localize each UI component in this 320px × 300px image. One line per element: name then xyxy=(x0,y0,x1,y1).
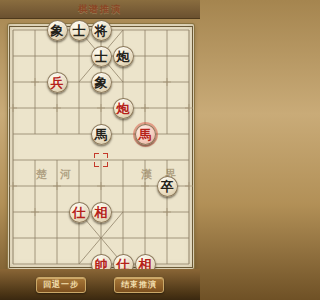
piece-black-象[interactable]: 象 xyxy=(47,20,68,41)
piece-black-卒[interactable]: 卒 xyxy=(157,176,178,197)
piece-red-兵[interactable]: 兵 xyxy=(47,72,68,93)
last-move-from-marker xyxy=(94,153,108,167)
piece-black-士[interactable]: 士 xyxy=(69,20,90,41)
piece-red-馬[interactable]: 馬 xyxy=(135,124,156,145)
piece-black-士[interactable]: 士 xyxy=(91,46,112,67)
end-review-button[interactable]: 结束推演 xyxy=(114,277,164,293)
piece-red-仕[interactable]: 仕 xyxy=(69,202,90,223)
piece-black-炮[interactable]: 炮 xyxy=(113,46,134,67)
piece-black-将[interactable]: 将 xyxy=(91,20,112,41)
piece-black-象[interactable]: 象 xyxy=(91,72,112,93)
piece-black-馬[interactable]: 馬 xyxy=(91,124,112,145)
bottom-toolbar: 回退一步 结束推演 xyxy=(0,269,200,300)
xiangqi-app: { "app": { "title": "棋谱推演" }, "game": "x… xyxy=(0,0,200,300)
xiangqi-board[interactable]: 楚河 漢界 象士将士炮象兵炮馬馬卒仕相帥仕相 xyxy=(8,24,194,269)
river-text-left: 楚河 xyxy=(36,167,84,181)
piece-red-炮[interactable]: 炮 xyxy=(113,98,134,119)
undo-step-button[interactable]: 回退一步 xyxy=(36,277,86,293)
piece-red-相[interactable]: 相 xyxy=(91,202,112,223)
